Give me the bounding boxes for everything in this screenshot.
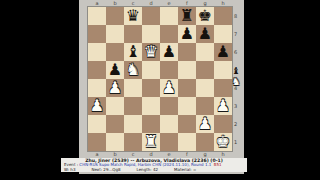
- rank-label-8: 8: [233, 7, 242, 25]
- file-label-f: f: [178, 151, 196, 158]
- black-rook: ♜: [180, 7, 194, 25]
- square-d6[interactable]: ♛: [142, 43, 160, 61]
- square-a8[interactable]: [88, 7, 106, 25]
- rank-label-3: 3: [233, 97, 242, 115]
- material-black-bishop-icon: ♝: [232, 65, 241, 76]
- square-f8[interactable]: ♜: [178, 7, 196, 25]
- white-knight: ♞: [126, 61, 140, 79]
- file-label-g: g: [196, 151, 214, 158]
- square-a6[interactable]: [88, 43, 106, 61]
- square-e6[interactable]: ♟: [160, 43, 178, 61]
- square-d8[interactable]: [142, 7, 160, 25]
- square-f5[interactable]: [178, 61, 196, 79]
- square-a7[interactable]: [88, 25, 106, 43]
- event-name: CHN-RUS Supo Match Rapid, Harbin CHN (20…: [79, 163, 211, 167]
- square-c4[interactable]: [124, 79, 142, 97]
- square-g4[interactable]: [196, 79, 214, 97]
- square-g5[interactable]: [196, 61, 214, 79]
- square-e1[interactable]: [160, 133, 178, 151]
- black-pawn: ♟: [108, 61, 122, 79]
- file-label-h: h: [214, 0, 232, 7]
- square-c5[interactable]: ♞: [124, 61, 142, 79]
- square-h7[interactable]: [214, 25, 232, 43]
- black-queen: ♛: [126, 7, 140, 25]
- square-h1[interactable]: ♚: [214, 133, 232, 151]
- square-d4[interactable]: [142, 79, 160, 97]
- black-pawn: ♟: [216, 43, 230, 61]
- file-label-h: h: [214, 151, 232, 158]
- black-pawn: ♟: [198, 25, 212, 43]
- square-g3[interactable]: [196, 97, 214, 115]
- caption-bar: Zhu, Jiner (2539) -- Arbuzova, Vladislav…: [61, 158, 247, 172]
- square-d2[interactable]: [142, 115, 160, 133]
- white-pawn: ♟: [108, 79, 122, 97]
- white-pawn: ♟: [162, 79, 176, 97]
- file-label-e: e: [160, 151, 178, 158]
- square-h2[interactable]: [214, 115, 232, 133]
- caption-moveinfo: W: h3 Next: 29...Qg8 Length: 42 Material…: [61, 168, 247, 172]
- square-g7[interactable]: ♟: [196, 25, 214, 43]
- square-g1[interactable]: [196, 133, 214, 151]
- square-a5[interactable]: [88, 61, 106, 79]
- square-c6[interactable]: ♝: [124, 43, 142, 61]
- white-pawn: ♟: [198, 115, 212, 133]
- square-d7[interactable]: [142, 25, 160, 43]
- square-a2[interactable]: [88, 115, 106, 133]
- square-d3[interactable]: [142, 97, 160, 115]
- black-pawn: ♟: [162, 43, 176, 61]
- board: ♛♜♚♟♟♝♛♟♟♟♞♟♟♟♟♟♜♚: [88, 7, 232, 151]
- video-frame: abcdefgh ♛♜♚♟♟♝♛♟♟♟♞♟♟♟♟♟♜♚ 87654321 abc…: [0, 0, 320, 180]
- square-f2[interactable]: [178, 115, 196, 133]
- square-a4[interactable]: [88, 79, 106, 97]
- square-c8[interactable]: ♛: [124, 7, 142, 25]
- square-b6[interactable]: [106, 43, 124, 61]
- square-f4[interactable]: [178, 79, 196, 97]
- square-b1[interactable]: [106, 133, 124, 151]
- file-label-a: a: [88, 0, 106, 7]
- square-g2[interactable]: ♟: [196, 115, 214, 133]
- square-h8[interactable]: [214, 7, 232, 25]
- square-f3[interactable]: [178, 97, 196, 115]
- square-f1[interactable]: [178, 133, 196, 151]
- file-label-b: b: [106, 0, 124, 7]
- rank-label-7: 7: [233, 25, 242, 43]
- rank-label-2: 2: [233, 115, 242, 133]
- square-f6[interactable]: [178, 43, 196, 61]
- last-move: W: h3: [64, 168, 75, 172]
- square-e8[interactable]: [160, 7, 178, 25]
- material-white-knight-icon: ♞: [232, 76, 241, 87]
- square-f7[interactable]: ♟: [178, 25, 196, 43]
- square-a3[interactable]: ♟: [88, 97, 106, 115]
- square-g8[interactable]: ♚: [196, 7, 214, 25]
- square-e3[interactable]: [160, 97, 178, 115]
- material-status: Material: =: [174, 168, 196, 172]
- square-c1[interactable]: [124, 133, 142, 151]
- black-bishop: ♝: [126, 43, 140, 61]
- white-queen: ♛: [144, 43, 158, 61]
- file-label-d: d: [142, 0, 160, 7]
- file-label-c: c: [124, 151, 142, 158]
- rank-label-1: 1: [233, 133, 242, 151]
- square-c7[interactable]: [124, 25, 142, 43]
- white-king: ♚: [216, 133, 230, 151]
- material-tray: ♝ ♞: [229, 65, 243, 87]
- black-king: ♚: [198, 7, 212, 25]
- event-label: Event :: [64, 163, 79, 167]
- eco-code: B51: [214, 163, 222, 167]
- file-label-b: b: [106, 151, 124, 158]
- rank-label-6: 6: [233, 43, 242, 61]
- white-pawn: ♟: [90, 97, 104, 115]
- black-pawn: ♟: [180, 25, 194, 43]
- square-b3[interactable]: [106, 97, 124, 115]
- file-labels-bottom: abcdefgh: [88, 151, 232, 158]
- square-c3[interactable]: [124, 97, 142, 115]
- square-b5[interactable]: ♟: [106, 61, 124, 79]
- square-b7[interactable]: [106, 25, 124, 43]
- white-pawn: ♟: [216, 97, 230, 115]
- square-b4[interactable]: ♟: [106, 79, 124, 97]
- file-label-a: a: [88, 151, 106, 158]
- white-rook: ♜: [144, 133, 158, 151]
- square-c2[interactable]: [124, 115, 142, 133]
- square-h6[interactable]: ♟: [214, 43, 232, 61]
- square-b8[interactable]: [106, 7, 124, 25]
- square-h3[interactable]: ♟: [214, 97, 232, 115]
- game-length: Length: 42: [137, 168, 159, 172]
- square-b2[interactable]: [106, 115, 124, 133]
- file-label-d: d: [142, 151, 160, 158]
- square-d1[interactable]: ♜: [142, 133, 160, 151]
- next-move: Next: 29...Qg8: [91, 168, 120, 172]
- file-label-e: e: [160, 0, 178, 7]
- square-d5[interactable]: [142, 61, 160, 79]
- square-e7[interactable]: [160, 25, 178, 43]
- square-e5[interactable]: [160, 61, 178, 79]
- square-e4[interactable]: ♟: [160, 79, 178, 97]
- square-a1[interactable]: [88, 133, 106, 151]
- square-g6[interactable]: [196, 43, 214, 61]
- board-frame: abcdefgh ♛♜♚♟♟♝♛♟♟♟♞♟♟♟♟♟♜♚ 87654321 abc…: [79, 0, 244, 174]
- square-e2[interactable]: [160, 115, 178, 133]
